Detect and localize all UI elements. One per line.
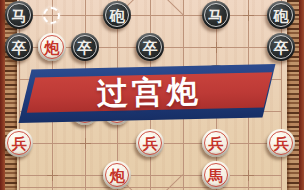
- point-marker: [243, 170, 254, 181]
- grid-line-vertical: [85, 0, 86, 15]
- grid-line-vertical: [281, 175, 282, 190]
- piece-red-horse[interactable]: 馬: [202, 161, 230, 189]
- piece-black-pawn[interactable]: 卒: [5, 33, 33, 61]
- point-marker: [243, 10, 254, 21]
- board-border-right: [287, 0, 304, 190]
- grid-line-vertical: [150, 0, 151, 15]
- point-marker: [47, 170, 58, 181]
- piece-black-horse[interactable]: 马: [202, 1, 230, 29]
- piece-red-pawn[interactable]: 兵: [136, 129, 164, 157]
- piece-black-cannon[interactable]: 砲: [267, 1, 295, 29]
- title-banner: 过宫炮: [27, 72, 273, 113]
- piece-black-horse[interactable]: 马: [5, 1, 33, 29]
- piece-black-pawn[interactable]: 卒: [71, 33, 99, 61]
- banner-title-text: 过宫炮: [97, 70, 203, 114]
- piece-black-pawn[interactable]: 卒: [136, 33, 164, 61]
- piece-black-pawn[interactable]: 卒: [267, 33, 295, 61]
- grid-line-horizontal: [19, 187, 281, 188]
- piece-red-cannon[interactable]: 炮: [38, 33, 66, 61]
- piece-red-pawn[interactable]: 兵: [5, 129, 33, 157]
- piece-red-pawn[interactable]: 兵: [202, 129, 230, 157]
- point-marker: [80, 138, 91, 149]
- grid-line-vertical: [183, 0, 184, 15]
- palace-diagonal: [150, 0, 184, 16]
- point-marker: [211, 42, 222, 53]
- xiangqi-board: 过宫炮 马砲马砲卒卒卒卒卒炮兵馬兵兵兵兵炮馬: [0, 0, 304, 190]
- last-move-marker: [43, 7, 60, 24]
- piece-red-pawn[interactable]: 兵: [267, 129, 295, 157]
